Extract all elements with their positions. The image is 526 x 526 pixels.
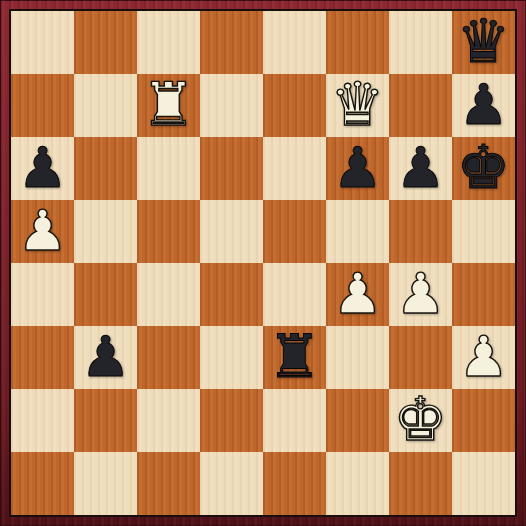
square-h5[interactable]: [452, 200, 515, 263]
square-e2[interactable]: [263, 389, 326, 452]
square-d8[interactable]: [200, 11, 263, 74]
square-a3[interactable]: [11, 326, 74, 389]
white-pawn-piece[interactable]: ♟: [458, 329, 508, 385]
square-a7[interactable]: [11, 74, 74, 137]
square-f1[interactable]: [326, 452, 389, 515]
square-f8[interactable]: [326, 11, 389, 74]
black-pawn-piece[interactable]: ♟: [458, 77, 508, 133]
black-pawn-piece[interactable]: ♟: [17, 140, 67, 196]
square-c2[interactable]: [137, 389, 200, 452]
square-a5[interactable]: ♟: [11, 200, 74, 263]
square-e8[interactable]: [263, 11, 326, 74]
square-h6[interactable]: ♚: [452, 137, 515, 200]
square-h2[interactable]: [452, 389, 515, 452]
square-c7[interactable]: ♜: [137, 74, 200, 137]
square-g7[interactable]: [389, 74, 452, 137]
square-b8[interactable]: [74, 11, 137, 74]
square-g1[interactable]: [389, 452, 452, 515]
square-g2[interactable]: ♚: [389, 389, 452, 452]
square-e6[interactable]: [263, 137, 326, 200]
square-d3[interactable]: [200, 326, 263, 389]
square-a8[interactable]: [11, 11, 74, 74]
white-pawn-piece[interactable]: ♟: [17, 203, 67, 259]
square-b6[interactable]: [74, 137, 137, 200]
square-g6[interactable]: ♟: [389, 137, 452, 200]
square-e5[interactable]: [263, 200, 326, 263]
square-f4[interactable]: ♟: [326, 263, 389, 326]
square-b5[interactable]: [74, 200, 137, 263]
square-h3[interactable]: ♟: [452, 326, 515, 389]
chess-board: ♛♜♛♟♟♟♟♚♟♟♟♟♜♟♚: [9, 9, 517, 517]
square-g8[interactable]: [389, 11, 452, 74]
square-b4[interactable]: [74, 263, 137, 326]
square-d1[interactable]: [200, 452, 263, 515]
square-e4[interactable]: [263, 263, 326, 326]
square-h7[interactable]: ♟: [452, 74, 515, 137]
black-pawn-piece[interactable]: ♟: [395, 140, 445, 196]
square-b3[interactable]: ♟: [74, 326, 137, 389]
square-c6[interactable]: [137, 137, 200, 200]
square-a6[interactable]: ♟: [11, 137, 74, 200]
square-d5[interactable]: [200, 200, 263, 263]
white-pawn-piece[interactable]: ♟: [332, 266, 382, 322]
square-c3[interactable]: [137, 326, 200, 389]
square-e3[interactable]: ♜: [263, 326, 326, 389]
square-g4[interactable]: ♟: [389, 263, 452, 326]
square-c1[interactable]: [137, 452, 200, 515]
board-frame: ♛♜♛♟♟♟♟♚♟♟♟♟♜♟♚: [0, 0, 526, 526]
square-f3[interactable]: [326, 326, 389, 389]
square-f5[interactable]: [326, 200, 389, 263]
square-c5[interactable]: [137, 200, 200, 263]
white-rook-piece[interactable]: ♜: [142, 74, 196, 134]
black-king-piece[interactable]: ♚: [457, 137, 511, 197]
square-e1[interactable]: [263, 452, 326, 515]
square-d7[interactable]: [200, 74, 263, 137]
square-b1[interactable]: [74, 452, 137, 515]
white-king-piece[interactable]: ♚: [394, 389, 448, 449]
square-a1[interactable]: [11, 452, 74, 515]
square-h4[interactable]: [452, 263, 515, 326]
white-pawn-piece[interactable]: ♟: [395, 266, 445, 322]
black-pawn-piece[interactable]: ♟: [80, 329, 130, 385]
square-d6[interactable]: [200, 137, 263, 200]
square-g3[interactable]: [389, 326, 452, 389]
square-a4[interactable]: [11, 263, 74, 326]
square-c4[interactable]: [137, 263, 200, 326]
square-g5[interactable]: [389, 200, 452, 263]
black-queen-piece[interactable]: ♛: [457, 11, 511, 71]
square-a2[interactable]: [11, 389, 74, 452]
square-b7[interactable]: [74, 74, 137, 137]
square-h1[interactable]: [452, 452, 515, 515]
white-queen-piece[interactable]: ♛: [331, 74, 385, 134]
square-b2[interactable]: [74, 389, 137, 452]
square-f6[interactable]: ♟: [326, 137, 389, 200]
black-pawn-piece[interactable]: ♟: [332, 140, 382, 196]
square-d4[interactable]: [200, 263, 263, 326]
square-f7[interactable]: ♛: [326, 74, 389, 137]
square-c8[interactable]: [137, 11, 200, 74]
square-d2[interactable]: [200, 389, 263, 452]
square-e7[interactable]: [263, 74, 326, 137]
black-rook-piece[interactable]: ♜: [268, 326, 322, 386]
square-f2[interactable]: [326, 389, 389, 452]
square-h8[interactable]: ♛: [452, 11, 515, 74]
